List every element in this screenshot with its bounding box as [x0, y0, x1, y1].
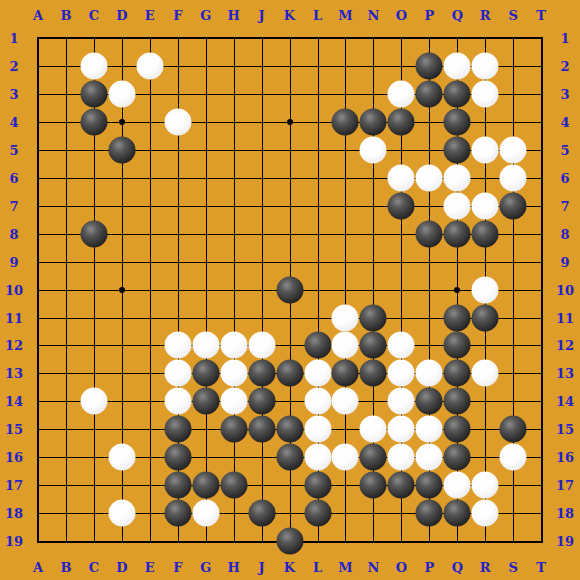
white-stone-R18 — [472, 500, 499, 527]
row-label-right-11: 11 — [556, 311, 574, 324]
black-stone-P2 — [416, 53, 443, 80]
white-stone-R2 — [472, 53, 499, 80]
black-stone-R11 — [472, 304, 499, 331]
white-stone-S6 — [500, 164, 527, 191]
col-label-bottom-R: R — [480, 561, 491, 574]
col-label-bottom-J: J — [259, 561, 265, 574]
black-stone-G17 — [192, 472, 219, 499]
col-label-top-C: C — [89, 9, 99, 22]
col-label-bottom-S: S — [508, 561, 517, 574]
black-stone-J13 — [248, 360, 275, 387]
black-stone-Q4 — [444, 108, 471, 135]
black-stone-N11 — [360, 304, 387, 331]
black-stone-Q8 — [444, 220, 471, 247]
row-label-right-9: 9 — [560, 255, 569, 268]
black-stone-G14 — [192, 388, 219, 415]
black-stone-D5 — [108, 136, 135, 163]
black-stone-K19 — [276, 528, 303, 555]
white-stone-N5 — [360, 136, 387, 163]
black-stone-S15 — [500, 416, 527, 443]
black-stone-N4 — [360, 108, 387, 135]
white-stone-M16 — [332, 444, 359, 471]
white-stone-P16 — [416, 444, 443, 471]
row-label-left-16: 16 — [5, 451, 23, 464]
col-label-top-M: M — [338, 9, 352, 22]
black-stone-F18 — [164, 500, 191, 527]
row-label-right-2: 2 — [560, 60, 569, 73]
col-label-bottom-M: M — [338, 561, 352, 574]
row-label-right-6: 6 — [560, 171, 569, 184]
row-label-left-7: 7 — [9, 199, 18, 212]
white-stone-L14 — [304, 388, 331, 415]
col-label-bottom-L: L — [313, 561, 322, 574]
white-stone-F13 — [164, 360, 191, 387]
white-stone-O13 — [388, 360, 415, 387]
black-stone-G13 — [192, 360, 219, 387]
col-label-bottom-E: E — [145, 561, 155, 574]
row-label-left-4: 4 — [9, 115, 18, 128]
black-stone-Q13 — [444, 360, 471, 387]
white-stone-R3 — [472, 80, 499, 107]
row-label-left-19: 19 — [5, 535, 23, 548]
white-stone-C14 — [80, 388, 107, 415]
white-stone-R13 — [472, 360, 499, 387]
col-label-bottom-Q: Q — [452, 561, 463, 574]
white-stone-L15 — [304, 416, 331, 443]
black-stone-P3 — [416, 80, 443, 107]
white-stone-F14 — [164, 388, 191, 415]
row-label-left-9: 9 — [9, 255, 18, 268]
white-stone-Q7 — [444, 192, 471, 219]
col-label-top-J: J — [259, 9, 265, 22]
white-stone-Q17 — [444, 472, 471, 499]
col-label-top-G: G — [200, 9, 211, 22]
col-label-top-F: F — [173, 9, 182, 22]
col-label-bottom-N: N — [367, 561, 379, 574]
white-stone-H13 — [220, 360, 247, 387]
white-stone-Q6 — [444, 164, 471, 191]
col-label-top-D: D — [116, 9, 127, 22]
black-stone-P18 — [416, 500, 443, 527]
white-stone-D16 — [108, 444, 135, 471]
col-label-top-N: N — [367, 9, 379, 22]
black-stone-Q12 — [444, 332, 471, 359]
white-stone-D3 — [108, 80, 135, 107]
white-stone-S16 — [500, 444, 527, 471]
white-stone-R10 — [472, 276, 499, 303]
black-stone-O17 — [388, 472, 415, 499]
black-stone-J18 — [248, 500, 275, 527]
col-label-bottom-T: T — [536, 561, 546, 574]
black-stone-J15 — [248, 416, 275, 443]
white-stone-R7 — [472, 192, 499, 219]
black-stone-N13 — [360, 360, 387, 387]
row-label-left-5: 5 — [9, 143, 18, 156]
black-stone-K16 — [276, 444, 303, 471]
black-stone-S7 — [500, 192, 527, 219]
col-label-top-A: A — [33, 9, 43, 22]
row-label-left-10: 10 — [5, 283, 23, 296]
black-stone-H17 — [220, 472, 247, 499]
white-stone-H12 — [220, 332, 247, 359]
row-label-right-14: 14 — [556, 395, 574, 408]
white-stone-P6 — [416, 164, 443, 191]
white-stone-C2 — [80, 53, 107, 80]
black-stone-L12 — [304, 332, 331, 359]
row-label-right-1: 1 — [560, 32, 569, 45]
star-point-D10 — [119, 287, 125, 293]
row-label-right-19: 19 — [556, 535, 574, 548]
white-stone-O6 — [388, 164, 415, 191]
black-stone-C4 — [80, 108, 107, 135]
black-stone-O7 — [388, 192, 415, 219]
row-label-right-13: 13 — [556, 367, 574, 380]
white-stone-S5 — [500, 136, 527, 163]
black-stone-C8 — [80, 220, 107, 247]
row-label-right-7: 7 — [560, 199, 569, 212]
row-label-left-6: 6 — [9, 171, 18, 184]
go-board[interactable]: AA11BB22CC33DD44EE55FF66GG77HH88JJ99KK10… — [0, 0, 580, 580]
white-stone-M14 — [332, 388, 359, 415]
white-stone-M12 — [332, 332, 359, 359]
black-stone-M4 — [332, 108, 359, 135]
row-label-left-8: 8 — [9, 227, 18, 240]
white-stone-D18 — [108, 500, 135, 527]
col-label-top-R: R — [480, 9, 491, 22]
black-stone-P14 — [416, 388, 443, 415]
black-stone-C3 — [80, 80, 107, 107]
row-label-right-5: 5 — [560, 143, 569, 156]
black-stone-Q11 — [444, 304, 471, 331]
black-stone-F16 — [164, 444, 191, 471]
black-stone-K13 — [276, 360, 303, 387]
col-label-bottom-P: P — [424, 561, 434, 574]
black-stone-H15 — [220, 416, 247, 443]
row-label-left-18: 18 — [5, 507, 23, 520]
white-stone-R17 — [472, 472, 499, 499]
black-stone-Q5 — [444, 136, 471, 163]
white-stone-R5 — [472, 136, 499, 163]
black-stone-R8 — [472, 220, 499, 247]
black-stone-Q18 — [444, 500, 471, 527]
black-stone-P8 — [416, 220, 443, 247]
star-point-D4 — [119, 119, 125, 125]
white-stone-E2 — [136, 53, 163, 80]
row-label-left-12: 12 — [5, 339, 23, 352]
col-label-top-L: L — [313, 9, 322, 22]
black-stone-Q14 — [444, 388, 471, 415]
row-label-left-1: 1 — [9, 32, 18, 45]
black-stone-O4 — [388, 108, 415, 135]
white-stone-F4 — [164, 108, 191, 135]
col-label-top-B: B — [61, 9, 72, 22]
row-label-right-15: 15 — [556, 423, 574, 436]
col-label-top-Q: Q — [452, 9, 463, 22]
black-stone-F15 — [164, 416, 191, 443]
col-label-bottom-G: G — [200, 561, 211, 574]
white-stone-O16 — [388, 444, 415, 471]
row-label-left-3: 3 — [9, 87, 18, 100]
white-stone-G12 — [192, 332, 219, 359]
col-label-bottom-O: O — [396, 561, 407, 574]
row-label-left-11: 11 — [5, 311, 23, 324]
row-label-left-13: 13 — [5, 367, 23, 380]
col-label-top-P: P — [424, 9, 434, 22]
black-stone-K10 — [276, 276, 303, 303]
black-stone-Q3 — [444, 80, 471, 107]
black-stone-K15 — [276, 416, 303, 443]
row-label-right-10: 10 — [556, 283, 574, 296]
col-label-top-T: T — [536, 9, 546, 22]
col-label-bottom-B: B — [61, 561, 72, 574]
white-stone-P13 — [416, 360, 443, 387]
white-stone-N15 — [360, 416, 387, 443]
white-stone-J12 — [248, 332, 275, 359]
star-point-K4 — [287, 119, 293, 125]
white-stone-H14 — [220, 388, 247, 415]
black-stone-M13 — [332, 360, 359, 387]
white-stone-O15 — [388, 416, 415, 443]
row-label-right-3: 3 — [560, 87, 569, 100]
black-stone-F17 — [164, 472, 191, 499]
col-label-bottom-K: K — [284, 561, 295, 574]
black-stone-Q16 — [444, 444, 471, 471]
col-label-top-E: E — [145, 9, 155, 22]
black-stone-J14 — [248, 388, 275, 415]
col-label-top-H: H — [228, 9, 240, 22]
row-label-right-17: 17 — [556, 479, 574, 492]
white-stone-F12 — [164, 332, 191, 359]
row-label-left-17: 17 — [5, 479, 23, 492]
white-stone-L13 — [304, 360, 331, 387]
black-stone-P17 — [416, 472, 443, 499]
row-label-right-8: 8 — [560, 227, 569, 240]
white-stone-O12 — [388, 332, 415, 359]
row-label-right-16: 16 — [556, 451, 574, 464]
row-label-right-18: 18 — [556, 507, 574, 520]
black-stone-N12 — [360, 332, 387, 359]
row-label-right-4: 4 — [560, 115, 569, 128]
black-stone-L17 — [304, 472, 331, 499]
white-stone-L16 — [304, 444, 331, 471]
white-stone-Q2 — [444, 53, 471, 80]
col-label-bottom-F: F — [173, 561, 182, 574]
row-label-left-2: 2 — [9, 60, 18, 73]
black-stone-N16 — [360, 444, 387, 471]
col-label-bottom-A: A — [33, 561, 43, 574]
col-label-top-O: O — [396, 9, 407, 22]
white-stone-O3 — [388, 80, 415, 107]
black-stone-N17 — [360, 472, 387, 499]
star-point-Q10 — [454, 287, 460, 293]
white-stone-P15 — [416, 416, 443, 443]
white-stone-M11 — [332, 304, 359, 331]
col-label-bottom-H: H — [228, 561, 240, 574]
col-label-bottom-C: C — [89, 561, 99, 574]
row-label-left-15: 15 — [5, 423, 23, 436]
col-label-top-S: S — [508, 9, 517, 22]
row-label-right-12: 12 — [556, 339, 574, 352]
black-stone-L18 — [304, 500, 331, 527]
col-label-bottom-D: D — [116, 561, 127, 574]
row-label-left-14: 14 — [5, 395, 23, 408]
white-stone-G18 — [192, 500, 219, 527]
white-stone-O14 — [388, 388, 415, 415]
black-stone-Q15 — [444, 416, 471, 443]
col-label-top-K: K — [284, 9, 295, 22]
